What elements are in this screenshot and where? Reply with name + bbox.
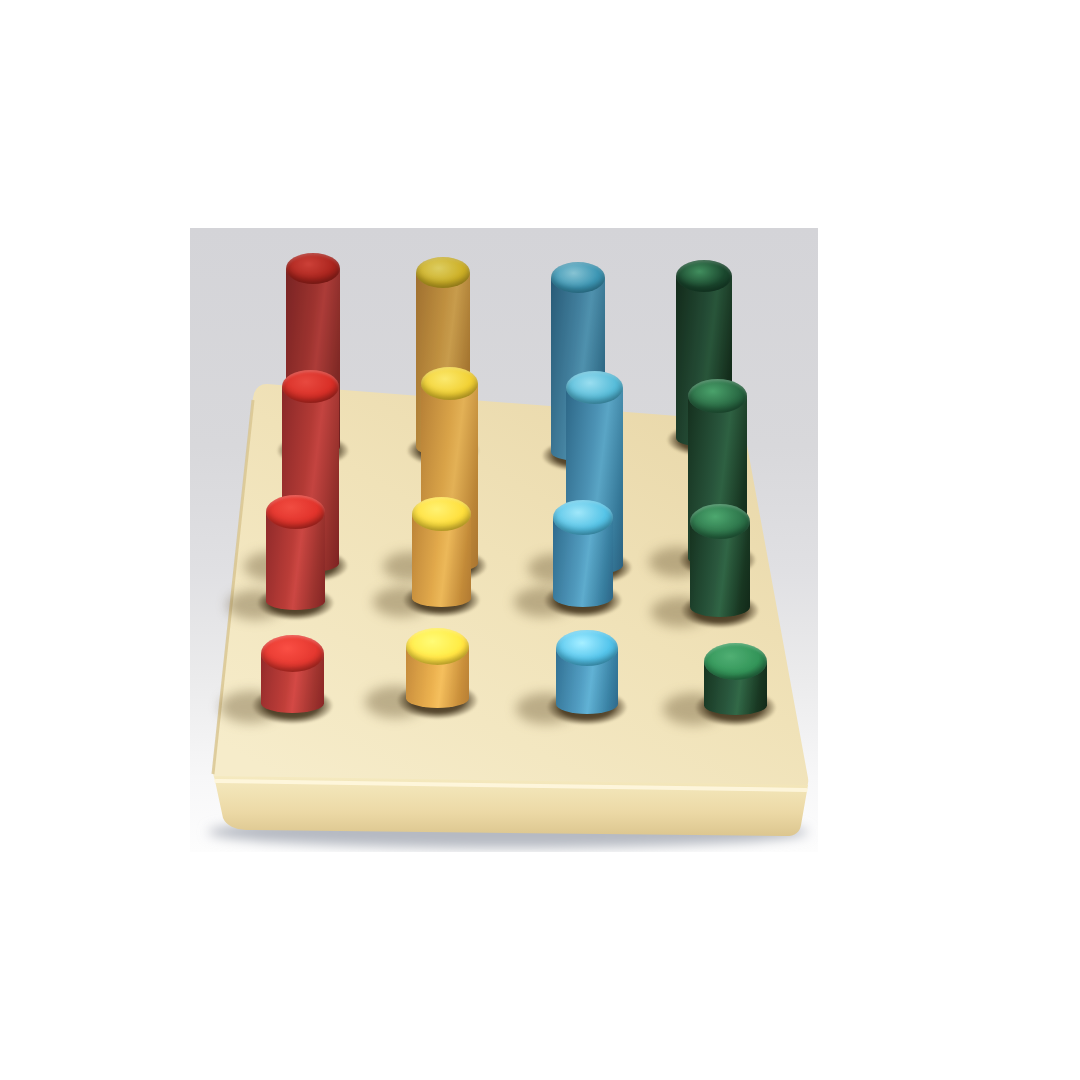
- peg-yellow-row4[interactable]: [406, 628, 469, 708]
- peg-cap: [282, 370, 339, 403]
- peg-yellow-row3[interactable]: [412, 497, 471, 607]
- peg-red-row3[interactable]: [266, 495, 325, 610]
- peg-blue-row3[interactable]: [553, 500, 613, 607]
- peg-cap: [566, 371, 623, 404]
- peg-cap: [556, 630, 618, 666]
- photo-backdrop: [190, 228, 818, 852]
- peg-cap: [416, 257, 470, 288]
- page-canvas: [0, 0, 1080, 1080]
- peg-cap: [406, 628, 469, 665]
- peg-cap: [676, 260, 732, 292]
- pegs-layer: [190, 228, 818, 852]
- peg-cap: [261, 635, 324, 672]
- peg-cap: [553, 500, 613, 535]
- peg-cap: [286, 253, 340, 284]
- peg-blue-row4[interactable]: [556, 630, 618, 714]
- peg-cap: [704, 643, 767, 680]
- peg-cap: [688, 379, 747, 413]
- peg-cap: [421, 367, 478, 400]
- peg-cap: [266, 495, 325, 529]
- peg-cap: [551, 262, 605, 293]
- peg-green-row4[interactable]: [704, 643, 767, 715]
- peg-cap: [412, 497, 471, 531]
- peg-red-row4[interactable]: [261, 635, 324, 713]
- peg-cap: [690, 504, 750, 539]
- peg-green-row3[interactable]: [690, 504, 750, 617]
